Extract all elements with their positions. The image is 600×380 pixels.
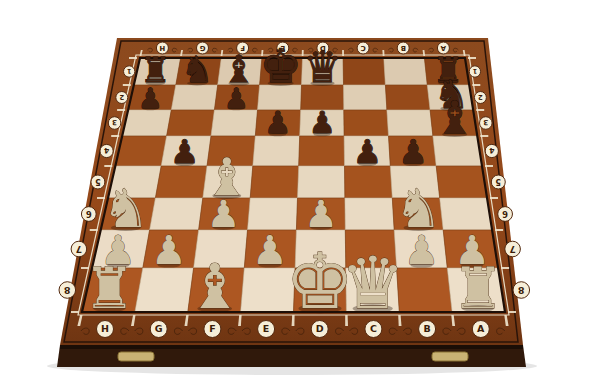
border-inlay-tick — [117, 109, 125, 111]
border-inlay-tick — [342, 50, 344, 56]
border-inlay-tick — [382, 50, 384, 56]
rank-label-right-8: 8 — [513, 282, 530, 299]
svg-text:F: F — [209, 323, 216, 334]
border-inlay-tick — [495, 229, 503, 231]
piece-dark-k-e1[interactable]: ♚ — [260, 39, 302, 93]
svg-text:5: 5 — [95, 177, 101, 186]
svg-text:♟: ♟ — [138, 82, 163, 115]
svg-text:8: 8 — [64, 285, 71, 296]
svg-text:♟: ♟ — [398, 133, 427, 171]
board-front-seam — [60, 345, 523, 349]
border-inlay-tick — [111, 135, 119, 137]
piece-light-b-f8[interactable]: ♝ — [187, 250, 243, 323]
svg-text:4: 4 — [104, 146, 109, 155]
square-c1[interactable] — [343, 58, 385, 85]
square-c2[interactable] — [344, 85, 387, 110]
svg-text:B: B — [423, 323, 430, 334]
border-inlay-tick — [71, 311, 79, 313]
piece-light-p-f6[interactable]: ♟ — [207, 192, 241, 236]
svg-text:♚: ♚ — [260, 39, 302, 93]
file-label-bottom-H: H — [97, 321, 114, 338]
svg-text:♟: ♟ — [170, 133, 199, 171]
svg-text:♜: ♜ — [452, 255, 503, 321]
rank-label-right-4: 4 — [485, 144, 498, 157]
square-e6[interactable] — [248, 198, 298, 230]
rank-label-left-6: 6 — [81, 207, 96, 222]
svg-text:6: 6 — [502, 209, 508, 219]
svg-text:♟: ♟ — [151, 227, 187, 273]
rank-label-left-1: 1 — [124, 66, 135, 77]
svg-text:7: 7 — [509, 244, 515, 254]
square-b2[interactable] — [385, 85, 430, 110]
piece-dark-p-e3[interactable]: ♟ — [264, 105, 291, 140]
square-e5[interactable] — [250, 166, 299, 198]
piece-dark-p-b4[interactable]: ♟ — [398, 133, 427, 171]
piece-light-p-b7[interactable]: ♟ — [404, 227, 440, 273]
chess-board: HHGGFFEEDDCCBBAA1122334455667788♜♞♝♚♛♜♟♟… — [0, 0, 600, 380]
piece-light-p-g7[interactable]: ♟ — [151, 227, 187, 273]
square-a5[interactable] — [436, 166, 487, 198]
border-inlay-tick — [485, 165, 493, 167]
rank-label-right-5: 5 — [491, 175, 505, 189]
rank-label-left-2: 2 — [116, 92, 128, 104]
border-inlay-tick — [468, 57, 476, 59]
svg-text:♛: ♛ — [303, 42, 342, 92]
svg-text:H: H — [101, 323, 109, 334]
rank-label-right-3: 3 — [480, 117, 493, 130]
square-d4[interactable] — [299, 136, 345, 166]
border-inlay-tick — [476, 109, 484, 111]
svg-text:♟: ♟ — [207, 192, 241, 236]
border-inlay-tick — [90, 229, 98, 231]
svg-text:1: 1 — [126, 67, 131, 75]
piece-light-r-a8[interactable]: ♜ — [452, 255, 503, 321]
piece-light-r-h8[interactable]: ♜ — [84, 255, 135, 321]
svg-text:2: 2 — [119, 93, 124, 101]
border-inlay-tick — [123, 84, 131, 86]
piece-dark-p-d3[interactable]: ♟ — [308, 105, 335, 140]
file-label-bottom-F: F — [204, 321, 221, 338]
svg-text:A: A — [477, 323, 485, 334]
svg-text:♟: ♟ — [224, 82, 249, 115]
svg-text:4: 4 — [489, 146, 494, 155]
piece-dark-b-a3[interactable]: ♝ — [435, 92, 475, 143]
square-a6[interactable] — [440, 198, 492, 230]
file-label-top-B: B — [397, 42, 409, 54]
piece-light-p-e7[interactable]: ♟ — [252, 227, 288, 273]
svg-text:7: 7 — [76, 244, 82, 254]
svg-text:♟: ♟ — [404, 227, 440, 273]
svg-text:G: G — [155, 323, 163, 334]
piece-dark-p-f2[interactable]: ♟ — [224, 82, 249, 115]
border-inlay-tick — [508, 311, 516, 313]
file-label-bottom-A: A — [472, 321, 489, 338]
rank-label-left-3: 3 — [108, 117, 121, 130]
svg-text:♟: ♟ — [252, 227, 288, 273]
hinge-icon — [432, 352, 468, 361]
svg-text:♟: ♟ — [304, 192, 338, 236]
svg-text:1: 1 — [472, 67, 477, 75]
chess-set-photo: HHGGFFEEDDCCBBAA1122334455667788♜♞♝♚♛♜♟♟… — [0, 0, 600, 380]
square-h4[interactable] — [115, 136, 166, 166]
rank-label-right-1: 1 — [469, 66, 480, 77]
file-label-bottom-B: B — [419, 321, 436, 338]
border-inlay-tick — [129, 57, 137, 59]
svg-text:8: 8 — [518, 285, 525, 296]
rank-label-right-7: 7 — [505, 241, 521, 257]
hinge-icon — [118, 352, 154, 361]
svg-text:♝: ♝ — [435, 92, 475, 143]
svg-text:♟: ♟ — [264, 105, 291, 140]
svg-text:3: 3 — [483, 118, 488, 127]
square-b1[interactable] — [384, 58, 428, 85]
file-label-bottom-E: E — [258, 321, 275, 338]
square-e4[interactable] — [253, 136, 300, 166]
border-inlay-tick — [104, 165, 112, 167]
svg-text:C: C — [361, 44, 366, 52]
svg-text:E: E — [263, 323, 270, 334]
file-label-top-C: C — [357, 42, 369, 54]
rank-label-right-2: 2 — [474, 92, 486, 104]
border-inlay-tick — [472, 84, 480, 86]
svg-text:♞: ♞ — [181, 49, 213, 90]
svg-text:♛: ♛ — [340, 241, 404, 325]
svg-text:3: 3 — [112, 118, 117, 127]
svg-text:2: 2 — [478, 93, 483, 101]
svg-text:C: C — [370, 323, 377, 334]
svg-text:6: 6 — [86, 209, 92, 219]
piece-dark-p-h2[interactable]: ♟ — [138, 82, 163, 115]
piece-dark-p-c4[interactable]: ♟ — [353, 133, 382, 171]
file-label-bottom-G: G — [150, 321, 167, 338]
piece-dark-q-d1[interactable]: ♛ — [303, 42, 342, 92]
svg-text:♜: ♜ — [84, 255, 135, 321]
svg-text:5: 5 — [495, 177, 501, 186]
border-inlay-tick — [480, 135, 488, 137]
border-inlay-tick — [490, 197, 498, 199]
svg-text:♟: ♟ — [308, 105, 335, 140]
svg-text:B: B — [401, 44, 406, 52]
rank-label-right-6: 6 — [498, 207, 513, 222]
rank-label-left-4: 4 — [100, 144, 113, 157]
piece-light-q-c8[interactable]: ♛ — [340, 241, 404, 325]
square-c6[interactable] — [345, 198, 394, 230]
square-g6[interactable] — [150, 198, 203, 230]
piece-dark-n-g1[interactable]: ♞ — [181, 49, 213, 90]
square-g8[interactable] — [135, 268, 194, 312]
svg-text:♝: ♝ — [187, 250, 243, 323]
svg-text:♟: ♟ — [353, 133, 382, 171]
piece-dark-p-g4[interactable]: ♟ — [170, 133, 199, 171]
piece-light-p-d6[interactable]: ♟ — [304, 192, 338, 236]
rank-label-left-8: 8 — [59, 282, 76, 299]
